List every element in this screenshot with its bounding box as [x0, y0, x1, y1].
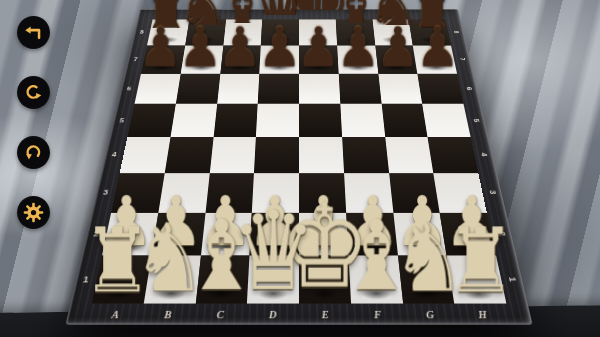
gear-icon [23, 202, 44, 223]
piece-white-rook[interactable]: ♜ [445, 218, 515, 303]
undo-button[interactable] [17, 136, 50, 169]
square-h6[interactable] [417, 74, 463, 104]
square-e7[interactable]: ♟ [299, 45, 338, 73]
piece-white-rook[interactable]: ♜ [83, 218, 153, 303]
square-g4[interactable] [385, 137, 434, 173]
square-f5[interactable] [340, 104, 385, 137]
rank-label: 4 [107, 151, 122, 158]
square-d6[interactable] [258, 74, 299, 104]
square-c4[interactable] [209, 137, 256, 173]
square-b7[interactable]: ♟ [181, 45, 224, 73]
square-f7[interactable]: ♟ [337, 45, 378, 73]
square-a1[interactable]: ♜ [92, 256, 152, 304]
file-labels: ABCDEFGH [87, 306, 510, 324]
square-d4[interactable] [254, 137, 299, 173]
square-h1[interactable]: ♜ [447, 256, 507, 304]
square-h7[interactable]: ♟ [413, 45, 457, 73]
square-e5[interactable] [299, 104, 342, 137]
square-b6[interactable] [176, 74, 220, 104]
square-g5[interactable] [381, 104, 427, 137]
square-g7[interactable]: ♟ [375, 45, 418, 73]
square-b4[interactable] [165, 137, 214, 173]
square-h4[interactable] [428, 137, 479, 173]
square-d5[interactable] [256, 104, 299, 137]
square-f6[interactable] [338, 74, 381, 104]
square-e4[interactable] [299, 137, 344, 173]
square-c6[interactable] [217, 74, 260, 104]
chess-board: ♜♞♝♛♚♝♞♜♟♟♟♟♟♟♟♟♟♟♟♟♟♟♟♟♜♞♝♛♚♝♞♜ ABCDEFG… [65, 9, 532, 324]
file-label: D [246, 309, 299, 321]
board-squares: ♜♞♝♛♚♝♞♜♟♟♟♟♟♟♟♟♟♟♟♟♟♟♟♟♜♞♝♛♚♝♞♜ [92, 19, 507, 303]
piece-black-pawn[interactable]: ♟ [297, 20, 341, 72]
rank-label: 6 [464, 84, 474, 93]
file-label: F [351, 309, 404, 321]
piece-black-pawn[interactable]: ♟ [179, 20, 223, 72]
square-c5[interactable] [213, 104, 258, 137]
file-label: B [141, 309, 195, 321]
file-label: G [403, 309, 457, 321]
square-b5[interactable] [170, 104, 216, 137]
file-label: C [194, 309, 247, 321]
sidebar [17, 16, 50, 229]
undo-counterclockwise-icon [24, 143, 43, 162]
rank-label: 4 [478, 149, 489, 160]
game-scene: ♜♞♝♛♚♝♞♜♟♟♟♟♟♟♟♟♟♟♟♟♟♟♟♟♜♞♝♛♚♝♞♜ ABCDEFG… [0, 0, 600, 337]
piece-black-pawn[interactable]: ♟ [218, 20, 262, 72]
back-button[interactable] [17, 16, 50, 49]
square-f4[interactable] [342, 137, 389, 173]
rank-label: 5 [115, 117, 129, 124]
square-g6[interactable] [378, 74, 422, 104]
piece-black-pawn[interactable]: ♟ [257, 20, 301, 72]
rank-label: 8 [451, 28, 460, 36]
square-h5[interactable] [422, 104, 470, 137]
file-label: A [88, 309, 143, 321]
square-a4[interactable] [120, 137, 171, 173]
file-label: H [455, 309, 510, 321]
piece-white-queen[interactable]: ♛ [230, 199, 316, 302]
rotate-button[interactable] [17, 76, 50, 109]
rank-label: 5 [471, 115, 482, 125]
square-d7[interactable]: ♟ [260, 45, 299, 73]
rank-label: 7 [457, 55, 467, 64]
settings-button[interactable] [17, 196, 50, 229]
rotate-clockwise-icon [24, 83, 43, 102]
square-a5[interactable] [127, 104, 175, 137]
rank-label: 6 [122, 85, 136, 91]
back-arrow-icon [24, 23, 43, 42]
piece-black-pawn[interactable]: ♟ [376, 20, 420, 72]
file-label: E [299, 309, 352, 321]
square-e6[interactable] [299, 74, 340, 104]
piece-black-pawn[interactable]: ♟ [139, 20, 183, 72]
square-c7[interactable]: ♟ [220, 45, 261, 73]
square-a6[interactable] [134, 74, 180, 104]
piece-black-pawn[interactable]: ♟ [336, 20, 380, 72]
square-d1[interactable]: ♛ [247, 256, 299, 304]
